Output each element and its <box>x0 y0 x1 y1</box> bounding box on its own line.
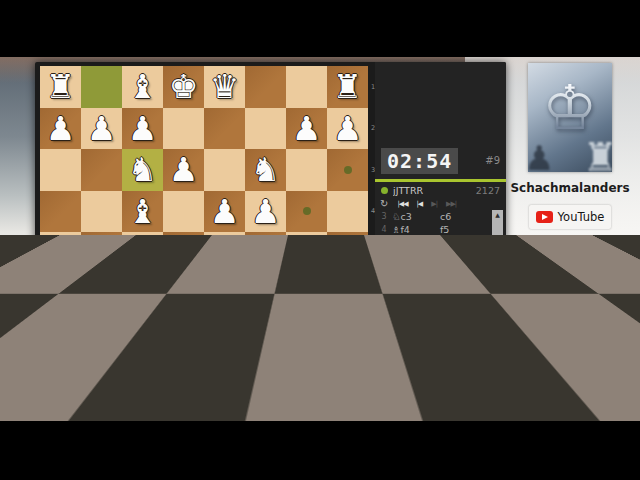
square-f1[interactable]: ♝ <box>122 66 163 108</box>
square-b5[interactable] <box>286 232 327 274</box>
square-g8[interactable] <box>81 357 122 399</box>
piece-bN-f6[interactable]: ♞ <box>128 278 158 311</box>
piece-bP-d5[interactable]: ♟ <box>210 236 240 269</box>
piece-bB-c8[interactable]: ♝ <box>251 361 281 394</box>
square-g3[interactable] <box>81 149 122 191</box>
video-frame: ♜♝♚♛♜♟♟♟♟♟♞♟♞♝♟♟♟♟♞♟♝*♟♟♟♟♟♜♝♚♛♝♞♜ hgfed… <box>0 0 640 480</box>
nav-button-2[interactable]: ▶| <box>431 200 437 208</box>
square-h7[interactable]: ♟ <box>40 315 81 357</box>
square-g4[interactable] <box>81 191 122 233</box>
square-g1[interactable] <box>81 66 122 108</box>
square-h4[interactable] <box>40 191 81 233</box>
square-e4[interactable] <box>163 191 204 233</box>
square-c3[interactable]: ♞ <box>245 149 286 191</box>
square-d2[interactable] <box>204 108 245 150</box>
piece-bQ-d8[interactable]: ♛ <box>210 361 240 394</box>
youtube-play-icon <box>536 211 553 223</box>
draw-offer-icon[interactable]: ☝ <box>435 263 442 278</box>
square-d3[interactable] <box>204 149 245 191</box>
white-move[interactable]: ♗f4 <box>390 224 438 235</box>
game-actions: ↶ ☝ ⚑ <box>375 263 506 278</box>
square-g5[interactable] <box>81 232 122 274</box>
piece-bP-f5[interactable]: ♟ <box>128 236 158 269</box>
piece-wQ-d1[interactable]: ♛ <box>210 70 240 103</box>
square-e2[interactable] <box>163 108 204 150</box>
square-a7[interactable]: ♟ <box>327 315 368 357</box>
piece-wN-f3[interactable]: ♞ <box>128 153 158 186</box>
bottom-clock-display: 02:50 <box>381 300 458 326</box>
square-g7[interactable]: ♟ <box>81 315 122 357</box>
move-number: 5 <box>378 238 390 247</box>
channel-avatar[interactable]: ♔ ♟ ♜ <box>528 63 612 172</box>
bottom-player-rating: 2346 <box>476 285 500 296</box>
square-a2[interactable]: ♟ <box>327 108 368 150</box>
square-a6[interactable] <box>327 274 368 316</box>
file-label-f: f <box>122 400 163 415</box>
square-d7[interactable] <box>204 315 245 357</box>
square-e7[interactable] <box>163 315 204 357</box>
square-c4[interactable]: ♟ <box>245 191 286 233</box>
nav-button-1[interactable]: |◀ <box>417 200 423 208</box>
piece-bB-f8[interactable]: ♝ <box>128 361 158 394</box>
avatar-pawn-glyph: ♟ <box>528 138 554 172</box>
piece-wP-h2[interactable]: ♟ <box>46 112 76 145</box>
square-d4[interactable]: ♟ <box>204 191 245 233</box>
square-c1[interactable] <box>245 66 286 108</box>
piece-bP-g7[interactable]: ♟ <box>87 319 117 352</box>
game-panel: 02:54 #9 jJTTRR 2127 ↻ |◀◀|◀▶|▶▶| 3♘c3c6… <box>375 62 506 419</box>
move-row-5: 5e3♘f6 <box>378 236 488 249</box>
square-b4[interactable] <box>286 191 327 233</box>
scroll-up-icon[interactable]: ▲ <box>495 211 500 218</box>
black-move[interactable]: f5 <box>438 224 486 235</box>
move-list-scrollbar[interactable]: ▲ ▼ <box>492 210 503 263</box>
white-move[interactable]: ♘f3 <box>390 250 414 261</box>
square-h5[interactable] <box>40 232 81 274</box>
file-label-c: c <box>245 400 286 415</box>
bottom-clock-tag: #3 <box>485 307 500 318</box>
nav-button-3[interactable]: ▶▶| <box>446 200 456 208</box>
avatar-chess-king-glyph: ♔ <box>542 77 598 139</box>
top-player-rating: 2127 <box>476 185 500 196</box>
white-move[interactable]: ♘c3 <box>390 211 438 222</box>
move-number: 3 <box>378 212 390 221</box>
black-move[interactable]: ♘f6 <box>438 237 486 248</box>
square-f3[interactable]: ♞ <box>122 149 163 191</box>
square-f4[interactable]: ♝ <box>122 191 163 233</box>
square-a3[interactable] <box>327 149 368 191</box>
video-scene-background: ♜♝♚♛♜♟♟♟♟♟♞♟♞♝♟♟♟♟♞♟♝*♟♟♟♟♟♜♝♚♛♝♞♜ hgfed… <box>0 57 640 421</box>
square-f8[interactable]: ♝ <box>122 357 163 399</box>
top-player-bar <box>375 179 506 182</box>
black-move[interactable]: c6 <box>438 211 486 222</box>
flip-board-icon[interactable]: ↻ <box>380 199 388 209</box>
square-c6[interactable]: ♟ <box>245 274 286 316</box>
piece-bP-e6[interactable]: ♟ <box>169 278 199 311</box>
piece-wK-e1[interactable]: ♚ <box>169 70 199 103</box>
nav-button-0[interactable]: |◀◀ <box>397 200 407 208</box>
square-a1[interactable]: ♜ <box>327 66 368 108</box>
square-e3[interactable]: ♟ <box>163 149 204 191</box>
bottom-player-name: Schachmalanders <box>393 285 476 296</box>
square-d5[interactable]: ♟ <box>204 232 245 274</box>
facebook-f-icon: f <box>567 340 583 381</box>
square-h8[interactable]: ♜ <box>40 357 81 399</box>
move-row-6: 6♘f3 <box>378 249 488 262</box>
piece-wP-a2[interactable]: ♟ <box>333 112 363 145</box>
piece-bP-c6[interactable]: ♟ <box>251 278 281 311</box>
facebook-link[interactable]: f <box>554 338 596 382</box>
piece-wP-d4[interactable]: ♟ <box>210 195 240 228</box>
square-h6[interactable] <box>40 274 81 316</box>
piece-bP-b7[interactable]: ♟ <box>292 319 322 352</box>
follow-me-text: Folge mir auf: <box>505 241 635 281</box>
bottom-clock: 02:50 <box>381 300 458 326</box>
piece-wP-c4[interactable]: ♟ <box>251 195 281 228</box>
file-label-a: a <box>327 400 368 415</box>
square-b3[interactable] <box>286 149 327 191</box>
piece-wR-a1[interactable]: ♜ <box>333 70 363 103</box>
square-e6[interactable]: ♟ <box>163 274 204 316</box>
takeback-icon[interactable]: ↶ <box>401 263 411 278</box>
top-clock-display: 02:54 <box>381 148 458 174</box>
square-c8[interactable]: ♝ <box>245 357 286 399</box>
top-player-row: jJTTRR 2127 <box>381 184 500 196</box>
file-label-g: g <box>81 400 122 415</box>
scroll-down-icon[interactable]: ▼ <box>495 255 500 262</box>
twitter-link[interactable] <box>557 276 593 312</box>
piece-wR-h1[interactable]: ♜ <box>46 70 76 103</box>
move-number: 6 <box>378 251 390 260</box>
piece-wP-f2[interactable]: ♟ <box>128 112 158 145</box>
piece-bP-h7[interactable]: ♟ <box>46 319 76 352</box>
top-clock: 02:54 <box>381 148 458 174</box>
top-clock-tag: #9 <box>485 155 500 166</box>
square-c5[interactable] <box>245 232 286 274</box>
square-a5[interactable] <box>327 232 368 274</box>
file-label-e: e <box>163 400 204 415</box>
bottom-counter: 0 <box>493 328 499 338</box>
square-b6[interactable] <box>286 274 327 316</box>
bottom-player-bar <box>375 295 506 298</box>
avatar-rook-glyph: ♜ <box>582 134 612 172</box>
resign-flag-icon[interactable]: ⚑ <box>467 263 477 278</box>
move-row-4: 4♗f4f5 <box>378 223 488 236</box>
square-h2[interactable]: ♟ <box>40 108 81 150</box>
letterbox-top <box>0 0 640 57</box>
youtube-button[interactable]: YouTube <box>529 205 611 229</box>
youtube-label: YouTube <box>558 210 605 224</box>
square-a4[interactable] <box>327 191 368 233</box>
square-f7[interactable] <box>122 315 163 357</box>
square-b1[interactable] <box>286 66 327 108</box>
square-d8[interactable]: ♛ <box>204 357 245 399</box>
square-b8[interactable]: ♞ <box>286 357 327 399</box>
top-player-status-dot <box>381 187 388 194</box>
chess-gui: ♜♝♚♛♜♟♟♟♟♟♞♟♞♝♟♟♟♟♞♟♝*♟♟♟♟♟♜♝♚♛♝♞♜ hgfed… <box>35 62 506 419</box>
move-row-3: 3♘c3c6 <box>378 210 488 223</box>
square-f6[interactable]: ♞ <box>122 274 163 316</box>
move-nav: ↻ |◀◀|◀▶|▶▶| <box>380 198 456 209</box>
twitter-bird-icon <box>563 284 587 304</box>
square-g6[interactable] <box>81 274 122 316</box>
square-b7[interactable]: ♟ <box>286 315 327 357</box>
square-c2[interactable] <box>245 108 286 150</box>
square-e1[interactable]: ♚ <box>163 66 204 108</box>
square-a8[interactable]: ♜ <box>327 357 368 399</box>
piece-wP-b2[interactable]: ♟ <box>292 112 322 145</box>
square-c7[interactable] <box>245 315 286 357</box>
square-e8[interactable]: ♚ <box>163 357 204 399</box>
file-labels: hgfedcba <box>40 400 368 415</box>
square-h1[interactable]: ♜ <box>40 66 81 108</box>
piece-bR-a8[interactable]: ♜ <box>333 361 363 394</box>
square-d6[interactable]: ♝* <box>204 274 245 316</box>
piece-wN-c3[interactable]: ♞ <box>251 153 281 186</box>
piece-wP-g2[interactable]: ♟ <box>87 112 117 145</box>
letterbox-bottom <box>0 421 640 480</box>
piece-wB-f1[interactable]: ♝ <box>128 70 158 103</box>
move-number: 4 <box>378 225 390 234</box>
square-f2[interactable]: ♟ <box>122 108 163 150</box>
chess-board[interactable]: ♜♝♚♛♜♟♟♟♟♟♞♟♞♝♟♟♟♟♞♟♝*♟♟♟♟♟♜♝♚♛♝♞♜ <box>40 66 368 398</box>
square-g2[interactable]: ♟ <box>81 108 122 150</box>
square-b2[interactable]: ♟ <box>286 108 327 150</box>
piece-bR-h8[interactable]: ♜ <box>46 361 76 394</box>
piece-bP-a7[interactable]: ♟ <box>333 319 363 352</box>
file-label-d: d <box>204 400 245 415</box>
piece-wP-e3[interactable]: ♟ <box>169 153 199 186</box>
square-h3[interactable] <box>40 149 81 191</box>
drag-cursor-icon: * <box>233 276 240 291</box>
square-d1[interactable]: ♛ <box>204 66 245 108</box>
square-f5[interactable]: ♟ <box>122 232 163 274</box>
square-e5[interactable] <box>163 232 204 274</box>
white-move[interactable]: e3 <box>390 237 438 248</box>
file-label-b: b <box>286 400 327 415</box>
bottom-player-status-dot <box>381 287 388 294</box>
move-list[interactable]: 3♘c3c64♗f4f55e3♘f66♘f3 <box>378 210 488 262</box>
top-player-name: jJTTRR <box>393 185 476 196</box>
piece-bN-b8[interactable]: ♞ <box>292 361 322 394</box>
piece-bK-e8[interactable]: ♚ <box>169 361 199 394</box>
piece-wB-f4[interactable]: ♝ <box>128 195 158 228</box>
channel-name: Schachmalanders <box>508 181 632 195</box>
file-label-h: h <box>40 400 81 415</box>
